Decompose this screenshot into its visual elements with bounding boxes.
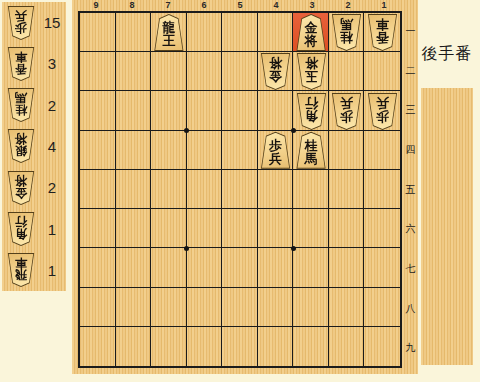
hand-count-bishop: 1 — [43, 221, 61, 238]
rank-labels: 一二三四五六七八九 — [403, 11, 418, 368]
hand-row-pawn: 歩兵15 — [2, 2, 66, 43]
board-square-9-1[interactable] — [80, 13, 116, 52]
board-square-1-4[interactable] — [364, 131, 400, 170]
hand-count-gold: 2 — [43, 179, 61, 196]
board-square-6-9[interactable] — [187, 327, 223, 366]
board-square-5-3[interactable] — [222, 91, 258, 130]
board-square-2-9[interactable] — [329, 327, 365, 366]
board-square-1-8[interactable] — [364, 288, 400, 327]
board-square-4-6[interactable] — [258, 209, 294, 248]
piece-kanji: 歩兵 — [376, 96, 389, 126]
board-square-9-5[interactable] — [80, 170, 116, 209]
hand-count-rook: 1 — [43, 262, 61, 279]
piece-kanji: 桂馬 — [340, 18, 353, 48]
gote-hand-tray: 歩兵15香車3桂馬2銀将4金将2角行1飛車1 — [2, 2, 66, 291]
piece-kanji: 桂馬 — [305, 136, 318, 166]
board-square-4-9[interactable] — [258, 327, 294, 366]
file-label-1: 1 — [366, 0, 402, 11]
board-square-8-7[interactable] — [116, 248, 152, 287]
hand-row-rook: 飛車1 — [2, 250, 66, 291]
hand-row-bishop: 角行1 — [2, 208, 66, 249]
board-square-6-4[interactable] — [187, 131, 223, 170]
hand-piece-lance[interactable]: 香車 — [7, 47, 35, 81]
star-point — [291, 246, 296, 251]
board-square-2-2[interactable] — [329, 52, 365, 91]
board-square-4-8[interactable] — [258, 288, 294, 327]
piece-kanji: 龍王 — [162, 18, 175, 48]
board-square-7-4[interactable] — [151, 131, 187, 170]
hand-row-knight: 桂馬2 — [2, 85, 66, 126]
star-point — [184, 246, 189, 251]
board-square-5-5[interactable] — [222, 170, 258, 209]
board-square-4-3[interactable] — [258, 91, 294, 130]
piece-kanji: 歩兵 — [15, 9, 27, 35]
hand-count-lance: 3 — [43, 55, 61, 72]
board-square-8-3[interactable] — [116, 91, 152, 130]
file-label-8: 8 — [114, 0, 150, 11]
board-square-2-5[interactable] — [329, 170, 365, 209]
file-label-9: 9 — [78, 0, 114, 11]
board-square-1-5[interactable] — [364, 170, 400, 209]
board-square-7-5[interactable] — [151, 170, 187, 209]
board-square-4-1[interactable] — [258, 13, 294, 52]
board-square-6-6[interactable] — [187, 209, 223, 248]
board-square-5-2[interactable] — [222, 52, 258, 91]
star-point — [184, 128, 189, 133]
board-square-7-2[interactable] — [151, 52, 187, 91]
rank-label-1: 一 — [403, 11, 418, 51]
rank-label-4: 四 — [403, 130, 418, 170]
hand-piece-gold[interactable]: 金将 — [7, 171, 35, 205]
board-square-6-2[interactable] — [187, 52, 223, 91]
star-point — [291, 128, 296, 133]
board-square-8-8[interactable] — [116, 288, 152, 327]
board-square-7-3[interactable] — [151, 91, 187, 130]
rank-label-6: 六 — [403, 209, 418, 249]
piece-kanji: 金将 — [269, 57, 282, 87]
shogi-board-block: 987654321 龍王金将桂馬香車金将玉将角行歩兵歩兵歩兵桂馬 一二三四五六七… — [72, 0, 418, 374]
board-square-9-2[interactable] — [80, 52, 116, 91]
hand-row-silver: 銀将4 — [2, 126, 66, 167]
board-square-6-7[interactable] — [187, 248, 223, 287]
hand-count-silver: 4 — [43, 138, 61, 155]
piece-kanji: 歩兵 — [340, 96, 353, 126]
board-square-6-8[interactable] — [187, 288, 223, 327]
piece-kanji: 香車 — [376, 18, 389, 48]
hand-count-knight: 2 — [43, 97, 61, 114]
hand-piece-knight[interactable]: 桂馬 — [7, 88, 35, 122]
shogi-board: 龍王金将桂馬香車金将玉将角行歩兵歩兵歩兵桂馬 — [78, 11, 402, 368]
rank-label-3: 三 — [403, 90, 418, 130]
board-square-1-6[interactable] — [364, 209, 400, 248]
board-square-3-8[interactable] — [293, 288, 329, 327]
rank-label-2: 二 — [403, 51, 418, 91]
rank-label-8: 八 — [403, 289, 418, 329]
piece-kanji: 歩兵 — [269, 136, 282, 166]
file-label-6: 6 — [186, 0, 222, 11]
board-square-1-7[interactable] — [364, 248, 400, 287]
board-square-6-3[interactable] — [187, 91, 223, 130]
board-square-8-1[interactable] — [116, 13, 152, 52]
board-square-5-4[interactable] — [222, 131, 258, 170]
board-square-6-5[interactable] — [187, 170, 223, 209]
board-square-2-7[interactable] — [329, 248, 365, 287]
file-labels: 987654321 — [78, 0, 402, 11]
board-square-5-9[interactable] — [222, 327, 258, 366]
hand-piece-pawn[interactable]: 歩兵 — [7, 6, 35, 40]
board-square-9-3[interactable] — [80, 91, 116, 130]
file-label-7: 7 — [150, 0, 186, 11]
file-label-3: 3 — [294, 0, 330, 11]
board-square-7-8[interactable] — [151, 288, 187, 327]
board-square-1-9[interactable] — [364, 327, 400, 366]
board-square-9-8[interactable] — [80, 288, 116, 327]
board-square-7-7[interactable] — [151, 248, 187, 287]
file-label-5: 5 — [222, 0, 258, 11]
board-square-5-8[interactable] — [222, 288, 258, 327]
piece-kanji: 玉将 — [305, 57, 318, 87]
board-square-9-7[interactable] — [80, 248, 116, 287]
rank-label-9: 九 — [403, 328, 418, 368]
piece-kanji: 香車 — [15, 51, 27, 77]
hand-piece-silver[interactable]: 銀将 — [7, 129, 35, 163]
shogi-app: 歩兵15香車3桂馬2銀将4金将2角行1飛車1 987654321 龍王金将桂馬香… — [0, 0, 480, 382]
piece-kanji: 角行 — [305, 96, 318, 126]
piece-kanji: 銀将 — [15, 133, 27, 159]
piece-kanji: 飛車 — [15, 257, 27, 283]
hand-piece-rook[interactable]: 飛車 — [7, 253, 35, 287]
board-square-2-6[interactable] — [329, 209, 365, 248]
file-label-4: 4 — [258, 0, 294, 11]
board-square-2-4[interactable] — [329, 131, 365, 170]
board-square-5-1[interactable] — [222, 13, 258, 52]
board-square-4-7[interactable] — [258, 248, 294, 287]
sente-hand-tray — [421, 88, 473, 365]
board-square-5-7[interactable] — [222, 248, 258, 287]
board-square-4-5[interactable] — [258, 170, 294, 209]
piece-kanji: 金将 — [305, 18, 318, 48]
piece-kanji: 金将 — [15, 175, 27, 201]
piece-kanji: 角行 — [15, 216, 27, 242]
piece-kanji: 桂馬 — [15, 92, 27, 118]
board-square-2-8[interactable] — [329, 288, 365, 327]
turn-indicator: 後手番 — [418, 44, 476, 65]
board-square-5-6[interactable] — [222, 209, 258, 248]
rank-label-7: 七 — [403, 249, 418, 289]
board-square-8-2[interactable] — [116, 52, 152, 91]
file-label-2: 2 — [330, 0, 366, 11]
hand-row-lance: 香車3 — [2, 43, 66, 84]
board-square-8-4[interactable] — [116, 131, 152, 170]
board-square-8-6[interactable] — [116, 209, 152, 248]
board-square-9-6[interactable] — [80, 209, 116, 248]
board-square-3-9[interactable] — [293, 327, 329, 366]
board-square-9-9[interactable] — [80, 327, 116, 366]
board-square-7-9[interactable] — [151, 327, 187, 366]
board-square-3-6[interactable] — [293, 209, 329, 248]
board-square-3-5[interactable] — [293, 170, 329, 209]
board-square-7-6[interactable] — [151, 209, 187, 248]
board-square-9-4[interactable] — [80, 131, 116, 170]
hand-count-pawn: 15 — [43, 14, 61, 31]
hand-piece-bishop[interactable]: 角行 — [7, 212, 35, 246]
board-square-8-5[interactable] — [116, 170, 152, 209]
board-square-6-1[interactable] — [187, 13, 223, 52]
board-square-1-2[interactable] — [364, 52, 400, 91]
hand-row-gold: 金将2 — [2, 167, 66, 208]
rank-label-5: 五 — [403, 170, 418, 210]
board-square-3-7[interactable] — [293, 248, 329, 287]
board-square-8-9[interactable] — [116, 327, 152, 366]
